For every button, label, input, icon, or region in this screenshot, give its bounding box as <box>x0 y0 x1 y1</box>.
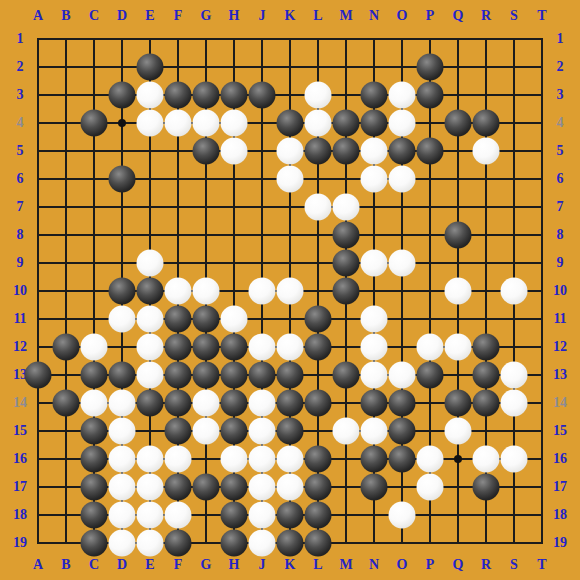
col-label-top-s: S <box>510 8 518 24</box>
white-stone-f10 <box>165 278 192 305</box>
white-stone-e17 <box>137 474 164 501</box>
col-label-bottom-n: N <box>369 557 379 573</box>
row-label-right-15: 15 <box>553 423 567 439</box>
black-stone-k14 <box>277 390 304 417</box>
black-stone-k13 <box>277 362 304 389</box>
grid-line-vertical <box>37 38 39 544</box>
black-stone-f13 <box>165 362 192 389</box>
white-stone-e3 <box>137 82 164 109</box>
white-stone-e16 <box>137 446 164 473</box>
white-stone-p17 <box>417 474 444 501</box>
white-stone-h4 <box>221 110 248 137</box>
row-label-left-18: 18 <box>13 507 27 523</box>
row-label-left-7: 7 <box>17 199 24 215</box>
black-stone-k15 <box>277 418 304 445</box>
white-stone-m7 <box>333 194 360 221</box>
white-stone-e12 <box>137 334 164 361</box>
row-label-right-19: 19 <box>553 535 567 551</box>
row-label-left-1: 1 <box>17 31 24 47</box>
row-label-right-7: 7 <box>557 199 564 215</box>
black-stone-o15 <box>389 418 416 445</box>
white-stone-g15 <box>193 418 220 445</box>
row-label-left-6: 6 <box>17 171 24 187</box>
white-stone-j18 <box>249 502 276 529</box>
row-label-right-14: 14 <box>553 395 567 411</box>
white-stone-k12 <box>277 334 304 361</box>
black-stone-c4 <box>81 110 108 137</box>
white-stone-g4 <box>193 110 220 137</box>
row-label-right-5: 5 <box>557 143 564 159</box>
hoshi-point-d4 <box>118 119 126 127</box>
black-stone-f17 <box>165 474 192 501</box>
white-stone-p12 <box>417 334 444 361</box>
row-label-right-18: 18 <box>553 507 567 523</box>
col-label-top-p: P <box>426 8 435 24</box>
black-stone-r4 <box>473 110 500 137</box>
white-stone-n12 <box>361 334 388 361</box>
black-stone-h17 <box>221 474 248 501</box>
white-stone-d14 <box>109 390 136 417</box>
black-stone-g5 <box>193 138 220 165</box>
white-stone-d16 <box>109 446 136 473</box>
white-stone-e13 <box>137 362 164 389</box>
col-label-bottom-r: R <box>481 557 491 573</box>
col-label-top-k: K <box>285 8 296 24</box>
col-label-top-t: T <box>537 8 546 24</box>
black-stone-g17 <box>193 474 220 501</box>
black-stone-c19 <box>81 530 108 557</box>
black-stone-p13 <box>417 362 444 389</box>
white-stone-f16 <box>165 446 192 473</box>
white-stone-o6 <box>389 166 416 193</box>
col-label-bottom-a: A <box>33 557 43 573</box>
row-label-right-4: 4 <box>557 115 564 131</box>
white-stone-o18 <box>389 502 416 529</box>
black-stone-p3 <box>417 82 444 109</box>
white-stone-d11 <box>109 306 136 333</box>
white-stone-j19 <box>249 530 276 557</box>
black-stone-g3 <box>193 82 220 109</box>
row-label-left-2: 2 <box>17 59 24 75</box>
black-stone-k4 <box>277 110 304 137</box>
white-stone-c12 <box>81 334 108 361</box>
col-label-bottom-m: M <box>339 557 352 573</box>
black-stone-f12 <box>165 334 192 361</box>
black-stone-q8 <box>445 222 472 249</box>
black-stone-c13 <box>81 362 108 389</box>
white-stone-h11 <box>221 306 248 333</box>
black-stone-n14 <box>361 390 388 417</box>
black-stone-l18 <box>305 502 332 529</box>
white-stone-j12 <box>249 334 276 361</box>
black-stone-a13 <box>25 362 52 389</box>
black-stone-e14 <box>137 390 164 417</box>
white-stone-o13 <box>389 362 416 389</box>
black-stone-c15 <box>81 418 108 445</box>
white-stone-j16 <box>249 446 276 473</box>
black-stone-p5 <box>417 138 444 165</box>
row-label-right-2: 2 <box>557 59 564 75</box>
col-label-bottom-h: H <box>229 557 240 573</box>
black-stone-h18 <box>221 502 248 529</box>
col-label-top-h: H <box>229 8 240 24</box>
col-label-top-l: L <box>313 8 322 24</box>
white-stone-m15 <box>333 418 360 445</box>
row-label-right-1: 1 <box>557 31 564 47</box>
black-stone-e2 <box>137 54 164 81</box>
black-stone-e10 <box>137 278 164 305</box>
white-stone-s13 <box>501 362 528 389</box>
white-stone-r5 <box>473 138 500 165</box>
black-stone-f3 <box>165 82 192 109</box>
black-stone-l17 <box>305 474 332 501</box>
black-stone-g13 <box>193 362 220 389</box>
white-stone-e18 <box>137 502 164 529</box>
black-stone-k18 <box>277 502 304 529</box>
row-label-right-13: 13 <box>553 367 567 383</box>
black-stone-b12 <box>53 334 80 361</box>
col-label-top-g: G <box>201 8 212 24</box>
row-label-right-6: 6 <box>557 171 564 187</box>
row-label-left-11: 11 <box>13 311 26 327</box>
row-label-right-16: 16 <box>553 451 567 467</box>
black-stone-o5 <box>389 138 416 165</box>
white-stone-j17 <box>249 474 276 501</box>
white-stone-n13 <box>361 362 388 389</box>
white-stone-d17 <box>109 474 136 501</box>
black-stone-n4 <box>361 110 388 137</box>
col-label-bottom-s: S <box>510 557 518 573</box>
white-stone-n9 <box>361 250 388 277</box>
black-stone-h14 <box>221 390 248 417</box>
white-stone-n15 <box>361 418 388 445</box>
col-label-top-f: F <box>174 8 183 24</box>
col-label-bottom-o: O <box>397 557 408 573</box>
white-stone-k6 <box>277 166 304 193</box>
row-label-right-11: 11 <box>553 311 566 327</box>
black-stone-m9 <box>333 250 360 277</box>
black-stone-h19 <box>221 530 248 557</box>
white-stone-f4 <box>165 110 192 137</box>
black-stone-f14 <box>165 390 192 417</box>
white-stone-j10 <box>249 278 276 305</box>
white-stone-k5 <box>277 138 304 165</box>
white-stone-e4 <box>137 110 164 137</box>
row-label-left-15: 15 <box>13 423 27 439</box>
black-stone-m4 <box>333 110 360 137</box>
white-stone-k17 <box>277 474 304 501</box>
col-label-bottom-q: Q <box>453 557 464 573</box>
black-stone-m10 <box>333 278 360 305</box>
black-stone-b14 <box>53 390 80 417</box>
black-stone-l14 <box>305 390 332 417</box>
black-stone-q14 <box>445 390 472 417</box>
white-stone-d19 <box>109 530 136 557</box>
black-stone-c18 <box>81 502 108 529</box>
black-stone-l11 <box>305 306 332 333</box>
col-label-bottom-t: T <box>537 557 546 573</box>
black-stone-r12 <box>473 334 500 361</box>
white-stone-l4 <box>305 110 332 137</box>
black-stone-g11 <box>193 306 220 333</box>
white-stone-l7 <box>305 194 332 221</box>
col-label-top-r: R <box>481 8 491 24</box>
col-label-top-e: E <box>145 8 154 24</box>
row-label-left-9: 9 <box>17 255 24 271</box>
white-stone-h5 <box>221 138 248 165</box>
black-stone-n3 <box>361 82 388 109</box>
black-stone-h15 <box>221 418 248 445</box>
black-stone-l16 <box>305 446 332 473</box>
col-label-top-n: N <box>369 8 379 24</box>
black-stone-c17 <box>81 474 108 501</box>
white-stone-c14 <box>81 390 108 417</box>
black-stone-d3 <box>109 82 136 109</box>
black-stone-d13 <box>109 362 136 389</box>
white-stone-n5 <box>361 138 388 165</box>
white-stone-o3 <box>389 82 416 109</box>
black-stone-n17 <box>361 474 388 501</box>
white-stone-o4 <box>389 110 416 137</box>
black-stone-n16 <box>361 446 388 473</box>
white-stone-d15 <box>109 418 136 445</box>
black-stone-p2 <box>417 54 444 81</box>
white-stone-e19 <box>137 530 164 557</box>
col-label-bottom-d: D <box>117 557 127 573</box>
row-label-right-12: 12 <box>553 339 567 355</box>
col-label-bottom-f: F <box>174 557 183 573</box>
black-stone-f11 <box>165 306 192 333</box>
white-stone-g10 <box>193 278 220 305</box>
row-label-right-17: 17 <box>553 479 567 495</box>
col-label-top-o: O <box>397 8 408 24</box>
white-stone-p16 <box>417 446 444 473</box>
col-label-top-a: A <box>33 8 43 24</box>
black-stone-j13 <box>249 362 276 389</box>
white-stone-o9 <box>389 250 416 277</box>
black-stone-m8 <box>333 222 360 249</box>
col-label-top-j: J <box>259 8 266 24</box>
white-stone-j14 <box>249 390 276 417</box>
white-stone-k10 <box>277 278 304 305</box>
white-stone-d18 <box>109 502 136 529</box>
row-label-right-10: 10 <box>553 283 567 299</box>
white-stone-h16 <box>221 446 248 473</box>
black-stone-l12 <box>305 334 332 361</box>
white-stone-s10 <box>501 278 528 305</box>
row-label-left-12: 12 <box>13 339 27 355</box>
black-stone-l5 <box>305 138 332 165</box>
white-stone-l3 <box>305 82 332 109</box>
col-label-bottom-g: G <box>201 557 212 573</box>
row-label-left-5: 5 <box>17 143 24 159</box>
row-label-left-4: 4 <box>17 115 24 131</box>
white-stone-r16 <box>473 446 500 473</box>
white-stone-q12 <box>445 334 472 361</box>
black-stone-m13 <box>333 362 360 389</box>
col-label-bottom-p: P <box>426 557 435 573</box>
black-stone-c16 <box>81 446 108 473</box>
white-stone-n11 <box>361 306 388 333</box>
go-board[interactable]: AABBCCDDEEFFGGHHJJKKLLMMNNOOPPQQRRSSTT11… <box>0 0 580 580</box>
row-label-left-16: 16 <box>13 451 27 467</box>
white-stone-e11 <box>137 306 164 333</box>
white-stone-e9 <box>137 250 164 277</box>
row-label-right-8: 8 <box>557 227 564 243</box>
white-stone-j15 <box>249 418 276 445</box>
black-stone-r13 <box>473 362 500 389</box>
black-stone-k19 <box>277 530 304 557</box>
white-stone-n6 <box>361 166 388 193</box>
black-stone-q4 <box>445 110 472 137</box>
black-stone-m5 <box>333 138 360 165</box>
row-label-left-14: 14 <box>13 395 27 411</box>
black-stone-f15 <box>165 418 192 445</box>
col-label-bottom-c: C <box>89 557 99 573</box>
grid-line-vertical <box>65 38 67 544</box>
col-label-bottom-e: E <box>145 557 154 573</box>
black-stone-h3 <box>221 82 248 109</box>
black-stone-h12 <box>221 334 248 361</box>
black-stone-h13 <box>221 362 248 389</box>
row-label-left-19: 19 <box>13 535 27 551</box>
white-stone-f18 <box>165 502 192 529</box>
row-label-left-8: 8 <box>17 227 24 243</box>
col-label-bottom-k: K <box>285 557 296 573</box>
black-stone-j3 <box>249 82 276 109</box>
white-stone-g14 <box>193 390 220 417</box>
col-label-top-b: B <box>61 8 70 24</box>
black-stone-f19 <box>165 530 192 557</box>
col-label-bottom-l: L <box>313 557 322 573</box>
black-stone-r14 <box>473 390 500 417</box>
row-label-left-17: 17 <box>13 479 27 495</box>
black-stone-r17 <box>473 474 500 501</box>
black-stone-o16 <box>389 446 416 473</box>
white-stone-k16 <box>277 446 304 473</box>
black-stone-o14 <box>389 390 416 417</box>
col-label-bottom-j: J <box>259 557 266 573</box>
row-label-left-3: 3 <box>17 87 24 103</box>
col-label-top-d: D <box>117 8 127 24</box>
black-stone-d6 <box>109 166 136 193</box>
row-label-left-10: 10 <box>13 283 27 299</box>
white-stone-q15 <box>445 418 472 445</box>
white-stone-s14 <box>501 390 528 417</box>
black-stone-d10 <box>109 278 136 305</box>
col-label-top-m: M <box>339 8 352 24</box>
black-stone-l19 <box>305 530 332 557</box>
col-label-top-q: Q <box>453 8 464 24</box>
white-stone-s16 <box>501 446 528 473</box>
row-label-right-3: 3 <box>557 87 564 103</box>
white-stone-q10 <box>445 278 472 305</box>
hoshi-point-q16 <box>454 455 462 463</box>
row-label-right-9: 9 <box>557 255 564 271</box>
black-stone-g12 <box>193 334 220 361</box>
grid-line-vertical <box>541 38 543 544</box>
col-label-bottom-b: B <box>61 557 70 573</box>
col-label-top-c: C <box>89 8 99 24</box>
